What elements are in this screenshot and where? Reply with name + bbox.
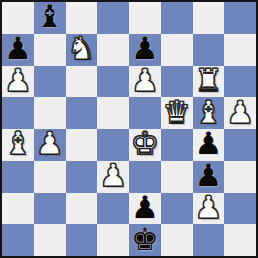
- square-d6[interactable]: [97, 66, 129, 98]
- square-f3[interactable]: [161, 161, 193, 193]
- square-c1[interactable]: [66, 224, 98, 256]
- chess-diagram: ♝♟♞♟♟♟♜♛♝♟♝♟♚♟♟♟♟♟♚: [0, 0, 258, 258]
- piece-black-pawn-e7[interactable]: ♟: [131, 34, 159, 64]
- square-h6[interactable]: [224, 66, 256, 98]
- square-e3[interactable]: [129, 161, 161, 193]
- square-d4[interactable]: [97, 129, 129, 161]
- square-h1[interactable]: [224, 224, 256, 256]
- square-h7[interactable]: [224, 34, 256, 66]
- square-e7[interactable]: ♟: [129, 34, 161, 66]
- piece-white-pawn-e6[interactable]: ♟: [131, 66, 159, 96]
- square-g6[interactable]: ♜: [193, 66, 225, 98]
- square-h4[interactable]: [224, 129, 256, 161]
- square-g1[interactable]: [193, 224, 225, 256]
- piece-white-pawn-a6[interactable]: ♟: [4, 66, 32, 96]
- piece-white-bishop-a4[interactable]: ♝: [4, 129, 32, 159]
- square-h8[interactable]: [224, 2, 256, 34]
- square-d2[interactable]: [97, 193, 129, 225]
- square-c4[interactable]: [66, 129, 98, 161]
- piece-white-queen-f5[interactable]: ♛: [163, 97, 191, 127]
- piece-black-pawn-e2[interactable]: ♟: [131, 193, 159, 223]
- square-e4[interactable]: ♚: [129, 129, 161, 161]
- square-d5[interactable]: [97, 97, 129, 129]
- piece-black-pawn-a7[interactable]: ♟: [4, 34, 32, 64]
- square-h5[interactable]: ♟: [224, 97, 256, 129]
- square-e1[interactable]: ♚: [129, 224, 161, 256]
- square-b4[interactable]: ♟: [34, 129, 66, 161]
- square-c2[interactable]: [66, 193, 98, 225]
- square-d3[interactable]: ♟: [97, 161, 129, 193]
- square-e2[interactable]: ♟: [129, 193, 161, 225]
- square-c7[interactable]: ♞: [66, 34, 98, 66]
- piece-black-pawn-g3[interactable]: ♟: [194, 161, 222, 191]
- square-f7[interactable]: [161, 34, 193, 66]
- square-e6[interactable]: ♟: [129, 66, 161, 98]
- square-g3[interactable]: ♟: [193, 161, 225, 193]
- piece-white-pawn-h5[interactable]: ♟: [226, 97, 254, 127]
- piece-white-pawn-g2[interactable]: ♟: [194, 193, 222, 223]
- square-f5[interactable]: ♛: [161, 97, 193, 129]
- piece-white-bishop-g5[interactable]: ♝: [194, 97, 222, 127]
- square-b7[interactable]: [34, 34, 66, 66]
- square-b3[interactable]: [34, 161, 66, 193]
- square-e5[interactable]: [129, 97, 161, 129]
- square-c3[interactable]: [66, 161, 98, 193]
- square-a4[interactable]: ♝: [2, 129, 34, 161]
- square-a8[interactable]: [2, 2, 34, 34]
- square-f2[interactable]: [161, 193, 193, 225]
- square-f8[interactable]: [161, 2, 193, 34]
- square-g8[interactable]: [193, 2, 225, 34]
- square-b1[interactable]: [34, 224, 66, 256]
- square-a5[interactable]: [2, 97, 34, 129]
- chess-board: ♝♟♞♟♟♟♜♛♝♟♝♟♚♟♟♟♟♟♚: [0, 0, 258, 258]
- square-g5[interactable]: ♝: [193, 97, 225, 129]
- piece-black-king-e1[interactable]: ♚: [131, 224, 159, 254]
- piece-black-pawn-g4[interactable]: ♟: [194, 129, 222, 159]
- square-c8[interactable]: [66, 2, 98, 34]
- square-b8[interactable]: ♝: [34, 2, 66, 34]
- square-c6[interactable]: [66, 66, 98, 98]
- square-c5[interactable]: [66, 97, 98, 129]
- square-a6[interactable]: ♟: [2, 66, 34, 98]
- piece-white-knight-c7[interactable]: ♞: [67, 34, 95, 64]
- square-h3[interactable]: [224, 161, 256, 193]
- square-b2[interactable]: [34, 193, 66, 225]
- piece-white-king-e4[interactable]: ♚: [131, 129, 159, 159]
- square-g2[interactable]: ♟: [193, 193, 225, 225]
- square-a1[interactable]: [2, 224, 34, 256]
- square-b6[interactable]: [34, 66, 66, 98]
- square-a2[interactable]: [2, 193, 34, 225]
- square-d1[interactable]: [97, 224, 129, 256]
- square-e8[interactable]: [129, 2, 161, 34]
- square-d8[interactable]: [97, 2, 129, 34]
- square-d7[interactable]: [97, 34, 129, 66]
- square-g7[interactable]: [193, 34, 225, 66]
- square-f1[interactable]: [161, 224, 193, 256]
- square-b5[interactable]: [34, 97, 66, 129]
- square-g4[interactable]: ♟: [193, 129, 225, 161]
- piece-white-pawn-d3[interactable]: ♟: [99, 161, 127, 191]
- square-h2[interactable]: [224, 193, 256, 225]
- square-f6[interactable]: [161, 66, 193, 98]
- piece-white-pawn-b4[interactable]: ♟: [36, 129, 64, 159]
- square-f4[interactable]: [161, 129, 193, 161]
- square-a7[interactable]: ♟: [2, 34, 34, 66]
- piece-black-bishop-b8[interactable]: ♝: [36, 2, 64, 32]
- square-a3[interactable]: [2, 161, 34, 193]
- piece-white-rook-g6[interactable]: ♜: [194, 66, 222, 96]
